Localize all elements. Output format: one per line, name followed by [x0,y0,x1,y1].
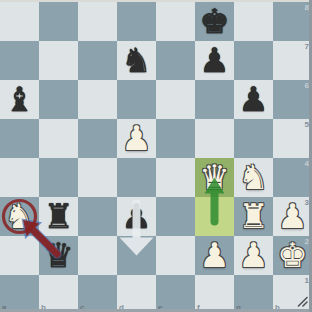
piece-white-pawn-f2[interactable]: ♟ [195,236,234,275]
square-e1[interactable]: e [156,275,195,312]
square-h4[interactable]: 4 [273,158,312,197]
square-b7[interactable] [39,41,78,80]
chess-board-window: ♚8♞♟7♝♟6♟5♛♞4♞♜♟♜3♟♛♟♟2♚abcdefgh1 [0,0,312,312]
square-g3[interactable]: ♜ [234,197,273,236]
square-d3[interactable]: ♟ [117,197,156,236]
window-border-top [0,0,312,2]
square-a2[interactable] [0,236,39,275]
square-b6[interactable] [39,80,78,119]
square-b5[interactable] [39,119,78,158]
square-f7[interactable]: ♟ [195,41,234,80]
square-e2[interactable] [156,236,195,275]
piece-white-rook-g3[interactable]: ♜ [234,197,273,236]
square-b4[interactable] [39,158,78,197]
square-c5[interactable] [78,119,117,158]
square-g4[interactable]: ♞ [234,158,273,197]
square-d2[interactable] [117,236,156,275]
square-a7[interactable] [0,41,39,80]
square-d5[interactable]: ♟ [117,119,156,158]
square-d4[interactable] [117,158,156,197]
square-f5[interactable] [195,119,234,158]
square-b3[interactable]: ♜ [39,197,78,236]
square-e5[interactable] [156,119,195,158]
piece-black-knight-d7[interactable]: ♞ [117,41,156,80]
piece-black-pawn-g6[interactable]: ♟ [234,80,273,119]
piece-white-knight-g4[interactable]: ♞ [234,158,273,197]
square-f1[interactable]: f [195,275,234,312]
square-d8[interactable] [117,2,156,41]
resize-handle-icon[interactable] [297,296,308,307]
square-g1[interactable]: g [234,275,273,312]
square-e8[interactable] [156,2,195,41]
square-h8[interactable]: 8 [273,2,312,41]
piece-black-pawn-d3[interactable]: ♟ [117,197,156,236]
square-a6[interactable]: ♝ [0,80,39,119]
square-c8[interactable] [78,2,117,41]
square-f2[interactable]: ♟ [195,236,234,275]
piece-black-king-f8[interactable]: ♚ [195,2,234,41]
square-a5[interactable] [0,119,39,158]
square-c1[interactable]: c [78,275,117,312]
square-f3[interactable] [195,197,234,236]
square-e3[interactable] [156,197,195,236]
highlight-f3 [195,197,234,236]
square-f6[interactable] [195,80,234,119]
square-g6[interactable]: ♟ [234,80,273,119]
square-f4[interactable]: ♛ [195,158,234,197]
square-e6[interactable] [156,80,195,119]
piece-white-pawn-g2[interactable]: ♟ [234,236,273,275]
square-c4[interactable] [78,158,117,197]
square-h3[interactable]: 3♟ [273,197,312,236]
square-g2[interactable]: ♟ [234,236,273,275]
window-border-right [309,0,312,312]
square-g7[interactable] [234,41,273,80]
square-g8[interactable] [234,2,273,41]
piece-white-pawn-d5[interactable]: ♟ [117,119,156,158]
square-a8[interactable] [0,2,39,41]
piece-black-bishop-a6[interactable]: ♝ [0,80,39,119]
square-c6[interactable] [78,80,117,119]
square-c3[interactable] [78,197,117,236]
square-h7[interactable]: 7 [273,41,312,80]
square-c2[interactable] [78,236,117,275]
square-h5[interactable]: 5 [273,119,312,158]
square-c7[interactable] [78,41,117,80]
square-a1[interactable]: a [0,275,39,312]
square-b2[interactable]: ♛ [39,236,78,275]
piece-black-queen-b2[interactable]: ♛ [39,236,78,275]
square-d1[interactable]: d [117,275,156,312]
square-h2[interactable]: 2♚ [273,236,312,275]
square-d6[interactable] [117,80,156,119]
piece-black-rook-b3[interactable]: ♜ [39,197,78,236]
square-e7[interactable] [156,41,195,80]
square-b1[interactable]: b [39,275,78,312]
square-f8[interactable]: ♚ [195,2,234,41]
piece-white-knight-a3[interactable]: ♞ [0,197,39,236]
piece-white-queen-f4[interactable]: ♛ [195,158,234,197]
square-b8[interactable] [39,2,78,41]
square-d7[interactable]: ♞ [117,41,156,80]
square-e4[interactable] [156,158,195,197]
square-a4[interactable] [0,158,39,197]
piece-black-pawn-f7[interactable]: ♟ [195,41,234,80]
square-g5[interactable] [234,119,273,158]
chess-board: ♚8♞♟7♝♟6♟5♛♞4♞♜♟♜3♟♛♟♟2♚abcdefgh1 [0,2,312,312]
square-h6[interactable]: 6 [273,80,312,119]
square-a3[interactable]: ♞ [0,197,39,236]
